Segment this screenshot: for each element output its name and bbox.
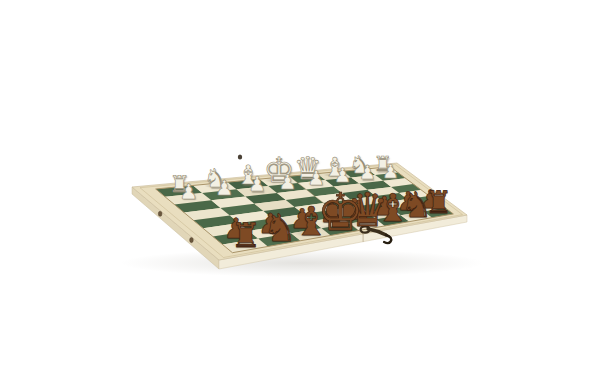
piece-white-pawn[interactable]: ♟ — [359, 163, 376, 182]
piece-white-pawn[interactable]: ♟ — [179, 182, 198, 203]
piece-white-pawn[interactable]: ♟ — [248, 175, 266, 195]
product-photo-scene: ♜♞♝♚♛♝♞♜♟♟♟♟♟♟♟♟♟♟♟♟♟♟♟♟♜♞♝♚♛♝♞♜ — [0, 0, 600, 390]
piece-brown-bishop[interactable]: ♝ — [293, 202, 329, 242]
chess-board[interactable] — [0, 0, 600, 390]
piece-brown-rook[interactable]: ♜ — [230, 218, 260, 252]
piece-white-pawn[interactable]: ♟ — [279, 172, 297, 192]
piece-white-pawn[interactable]: ♟ — [382, 161, 399, 180]
piece-brown-knight[interactable]: ♞ — [263, 209, 297, 247]
piece-white-pawn[interactable]: ♟ — [215, 178, 234, 199]
hinge-pin — [190, 237, 194, 242]
hinge-pin — [158, 211, 162, 216]
